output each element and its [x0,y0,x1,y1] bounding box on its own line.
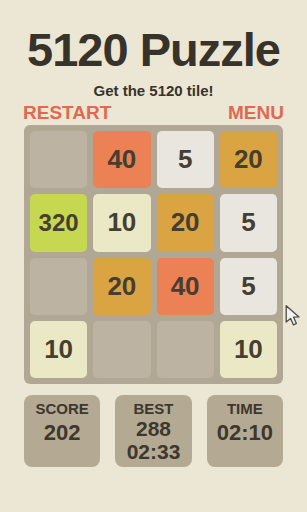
page-subtitle: Get the 5120 tile! [0,83,307,98]
tile-10-r4c4: 10 [220,321,277,378]
app-screen: 5120 Puzzle Get the 5120 tile! RESTART M… [0,0,307,512]
tile-40-r1c2: 40 [93,131,150,188]
tile-5-r2c4: 5 [220,194,277,251]
tile-320-r2c1: 320 [30,194,87,251]
time-value: 02:10 [217,421,273,445]
score-value: 202 [44,421,81,445]
empty-cell-r1c1 [30,131,87,188]
tile-40-r3c3: 40 [157,258,214,315]
toolbar: RESTART MENU [23,103,284,122]
time-panel: TIME 02:10 [207,395,283,467]
score-label: SCORE [35,400,88,417]
game-board[interactable]: 4052032010205204051010 [24,125,283,384]
score-panel: SCORE 202 [24,395,100,467]
best-label: BEST [133,400,173,417]
tile-20-r2c3: 20 [157,194,214,251]
stats-row: SCORE 202 BEST 288 02:33 TIME 02:10 [24,395,283,467]
empty-cell-r4c3 [157,321,214,378]
best-panel: BEST 288 02:33 [115,395,191,467]
restart-button[interactable]: RESTART [23,103,111,122]
tile-10-r2c2: 10 [93,194,150,251]
tile-10-r4c1: 10 [30,321,87,378]
tile-5-r1c3: 5 [157,131,214,188]
empty-cell-r4c2 [93,321,150,378]
tile-20-r1c4: 20 [220,131,277,188]
time-label: TIME [227,400,263,417]
best-time-value: 02:33 [127,441,181,463]
menu-button[interactable]: MENU [228,103,284,122]
best-score-value: 288 [136,418,171,440]
tile-20-r3c2: 20 [93,258,150,315]
page-title: 5120 Puzzle [0,24,307,76]
mouse-cursor-icon [285,305,301,331]
empty-cell-r3c1 [30,258,87,315]
tile-5-r3c4: 5 [220,258,277,315]
